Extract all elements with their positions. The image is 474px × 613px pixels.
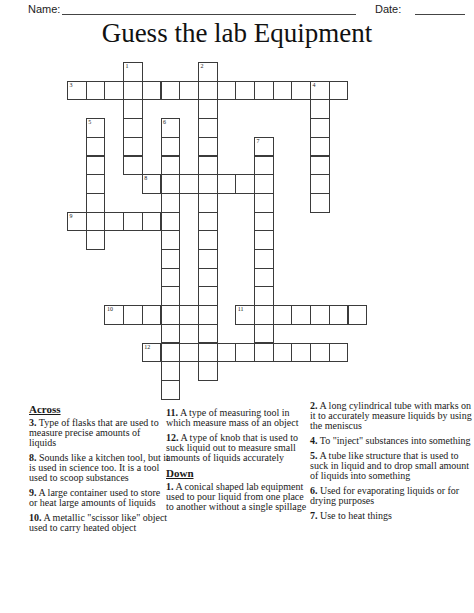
grid-cell[interactable] bbox=[273, 343, 293, 363]
grid-cell[interactable] bbox=[198, 286, 218, 306]
grid-cell[interactable] bbox=[161, 343, 181, 363]
grid-cell[interactable] bbox=[198, 156, 218, 176]
grid-cell[interactable] bbox=[198, 193, 218, 213]
cell-number: 7 bbox=[257, 138, 260, 145]
grid-cell[interactable] bbox=[123, 99, 143, 119]
grid-cell[interactable] bbox=[86, 193, 106, 213]
clue-column-left: Across 3. Type of flasks that are used t… bbox=[29, 404, 169, 538]
grid-cell[interactable] bbox=[310, 305, 330, 325]
cell-number: 4 bbox=[313, 82, 316, 89]
grid-cell[interactable] bbox=[198, 361, 218, 381]
grid-cell[interactable] bbox=[86, 156, 106, 176]
grid-cell[interactable] bbox=[86, 81, 106, 101]
grid-cell[interactable] bbox=[86, 212, 106, 232]
clue-down-7: 7. Use to heat things bbox=[310, 511, 472, 521]
grid-cell[interactable] bbox=[161, 137, 181, 157]
date-blank-line[interactable] bbox=[415, 14, 465, 15]
cell-number: 11 bbox=[238, 306, 244, 313]
grid-cell[interactable]: 4 bbox=[310, 81, 330, 101]
page-title: Guess the lab Equipment bbox=[0, 18, 474, 49]
grid-cell[interactable]: 9 bbox=[67, 212, 87, 232]
cell-number: 10 bbox=[107, 306, 113, 313]
grid-cell[interactable] bbox=[198, 99, 218, 119]
grid-cell[interactable] bbox=[254, 212, 274, 232]
grid-cell[interactable] bbox=[161, 212, 181, 232]
grid-cell[interactable] bbox=[198, 268, 218, 288]
clue-across-11: 11. A type of measuring tool in which me… bbox=[166, 408, 309, 428]
grid-cell[interactable] bbox=[310, 156, 330, 176]
cell-number: 12 bbox=[144, 344, 150, 351]
grid-cell[interactable] bbox=[254, 230, 274, 250]
cell-number: 9 bbox=[70, 213, 73, 220]
grid-cell[interactable] bbox=[161, 156, 181, 176]
grid-cell[interactable] bbox=[198, 81, 218, 101]
grid-cell[interactable] bbox=[179, 305, 199, 325]
grid-cell[interactable]: 2 bbox=[198, 62, 218, 82]
grid-cell[interactable] bbox=[329, 305, 349, 325]
grid-cell[interactable]: 12 bbox=[142, 343, 162, 363]
grid-cell[interactable] bbox=[254, 249, 274, 269]
clue-across-10: 10. A metallic "scissor like" object use… bbox=[29, 513, 169, 533]
grid-cell[interactable] bbox=[254, 286, 274, 306]
cell-number: 5 bbox=[88, 119, 91, 126]
grid-cell[interactable]: 3 bbox=[67, 81, 87, 101]
grid-cell[interactable] bbox=[161, 230, 181, 250]
grid-cell[interactable] bbox=[161, 286, 181, 306]
grid-cell[interactable] bbox=[179, 343, 199, 363]
grid-cell[interactable] bbox=[123, 212, 143, 232]
grid-cell[interactable] bbox=[310, 174, 330, 194]
grid-cell[interactable] bbox=[310, 99, 330, 119]
grid-cell[interactable] bbox=[348, 305, 368, 325]
grid-cell[interactable] bbox=[104, 81, 124, 101]
grid-cell[interactable] bbox=[198, 118, 218, 138]
grid-cell[interactable] bbox=[198, 137, 218, 157]
grid-cell[interactable]: 7 bbox=[254, 137, 274, 157]
grid-cell[interactable] bbox=[273, 305, 293, 325]
clue-down-1: 1. A conical shaped lab equipment used t… bbox=[166, 482, 309, 512]
clue-down-4: 4. To "inject" substances into something bbox=[310, 436, 472, 446]
grid-cell[interactable] bbox=[235, 343, 255, 363]
grid-cell[interactable] bbox=[179, 81, 199, 101]
grid-cell[interactable] bbox=[198, 174, 218, 194]
grid-cell[interactable] bbox=[254, 305, 274, 325]
grid-cell[interactable] bbox=[217, 343, 237, 363]
grid-cell[interactable] bbox=[254, 193, 274, 213]
grid-cell[interactable]: 8 bbox=[142, 174, 162, 194]
cell-number: 2 bbox=[200, 63, 203, 70]
grid-cell[interactable] bbox=[86, 174, 106, 194]
grid-cell[interactable] bbox=[161, 380, 181, 400]
grid-cell[interactable] bbox=[179, 174, 199, 194]
name-label: Name: bbox=[28, 3, 60, 15]
grid-cell[interactable] bbox=[329, 81, 349, 101]
grid-cell[interactable] bbox=[198, 212, 218, 232]
grid-cell[interactable] bbox=[86, 137, 106, 157]
grid-cell[interactable] bbox=[310, 193, 330, 213]
clue-across-12: 12. A type of knob that is used to suck … bbox=[166, 433, 309, 463]
grid-cell[interactable] bbox=[161, 361, 181, 381]
grid-cell[interactable] bbox=[198, 324, 218, 344]
grid-cell[interactable] bbox=[161, 305, 181, 325]
grid-cell[interactable] bbox=[142, 81, 162, 101]
grid-cell[interactable] bbox=[254, 324, 274, 344]
grid-cell[interactable] bbox=[123, 118, 143, 138]
clue-across-3: 3. Type of flasks that are used to measu… bbox=[29, 418, 169, 448]
grid-cell[interactable] bbox=[291, 305, 311, 325]
grid-cell[interactable] bbox=[254, 343, 274, 363]
grid-cell[interactable] bbox=[86, 230, 106, 250]
cell-number: 6 bbox=[163, 119, 166, 126]
grid-cell[interactable] bbox=[310, 343, 330, 363]
across-header: Across bbox=[29, 404, 169, 414]
grid-cell[interactable] bbox=[123, 156, 143, 176]
grid-cell[interactable] bbox=[291, 343, 311, 363]
grid-cell[interactable]: 5 bbox=[86, 118, 106, 138]
date-label: Date: bbox=[375, 3, 401, 15]
grid-cell[interactable] bbox=[235, 174, 255, 194]
clue-down-5: 5. A tube like structure that is used to… bbox=[310, 451, 472, 481]
grid-cell[interactable] bbox=[273, 81, 293, 101]
cell-number: 8 bbox=[144, 175, 147, 182]
clue-down-6: 6. Used for evaporating liquids or for d… bbox=[310, 486, 472, 506]
cell-number: 3 bbox=[70, 82, 73, 89]
clue-across-8: 8. Sounds like a kitchen tool, but it is… bbox=[29, 453, 169, 483]
grid-cell[interactable] bbox=[198, 343, 218, 363]
grid-cell[interactable] bbox=[198, 230, 218, 250]
down-header: Down bbox=[166, 468, 309, 478]
crossword-grid: 123456789101112 bbox=[67, 62, 368, 400]
cell-number: 1 bbox=[126, 63, 129, 70]
grid-cell[interactable] bbox=[329, 343, 349, 363]
grid-cell[interactable] bbox=[310, 137, 330, 157]
clue-across-9: 9. A large container used to store or he… bbox=[29, 488, 169, 508]
grid-cell[interactable] bbox=[217, 174, 237, 194]
grid-cell[interactable] bbox=[291, 81, 311, 101]
grid-cell[interactable] bbox=[235, 81, 255, 101]
grid-cell[interactable] bbox=[161, 174, 181, 194]
clue-column-right: 2. A long cylindrical tube with marks on… bbox=[310, 401, 472, 526]
grid-cell[interactable]: 6 bbox=[161, 118, 181, 138]
grid-cell[interactable] bbox=[161, 249, 181, 269]
grid-cell[interactable] bbox=[161, 324, 181, 344]
grid-cell[interactable] bbox=[198, 249, 218, 269]
clue-column-middle: 11. A type of measuring tool in which me… bbox=[166, 408, 309, 517]
grid-cell[interactable] bbox=[254, 174, 274, 194]
grid-cell[interactable] bbox=[142, 305, 162, 325]
grid-cell[interactable] bbox=[123, 81, 143, 101]
grid-cell[interactable] bbox=[161, 268, 181, 288]
grid-cell[interactable] bbox=[254, 156, 274, 176]
grid-cell[interactable] bbox=[198, 305, 218, 325]
clue-down-2: 2. A long cylindrical tube with marks on… bbox=[310, 401, 472, 431]
grid-cell[interactable] bbox=[104, 212, 124, 232]
grid-cell[interactable] bbox=[142, 212, 162, 232]
name-blank-line[interactable] bbox=[62, 14, 356, 15]
grid-cell[interactable]: 11 bbox=[235, 305, 255, 325]
grid-cell[interactable] bbox=[161, 81, 181, 101]
grid-cell[interactable] bbox=[123, 305, 143, 325]
grid-cell[interactable]: 1 bbox=[123, 62, 143, 82]
grid-cell[interactable] bbox=[254, 81, 274, 101]
grid-cell[interactable]: 10 bbox=[104, 305, 124, 325]
grid-cell[interactable] bbox=[254, 268, 274, 288]
grid-cell[interactable] bbox=[310, 118, 330, 138]
grid-cell[interactable] bbox=[161, 193, 181, 213]
grid-cell[interactable] bbox=[123, 137, 143, 157]
grid-cell[interactable] bbox=[217, 81, 237, 101]
